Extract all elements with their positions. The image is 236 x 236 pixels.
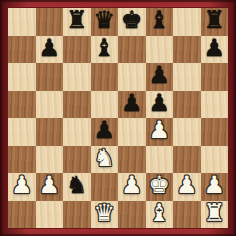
square-b6[interactable]: [36, 63, 64, 91]
square-c4[interactable]: [63, 118, 91, 146]
piece-white-rook[interactable]: ♜: [203, 201, 225, 227]
square-b1[interactable]: [36, 201, 64, 229]
square-c5[interactable]: [63, 91, 91, 119]
square-h6[interactable]: [201, 63, 229, 91]
square-e6[interactable]: [118, 63, 146, 91]
chess-board: ♜♛♚♝♜♟♝♟♟♟♟♟♟♞♟♟♞♟♚♟♟♛♝♜: [8, 8, 228, 228]
square-e4[interactable]: [118, 118, 146, 146]
square-d2[interactable]: [91, 173, 119, 201]
square-d6[interactable]: [91, 63, 119, 91]
square-a4[interactable]: [8, 118, 36, 146]
square-c6[interactable]: [63, 63, 91, 91]
square-e3[interactable]: [118, 146, 146, 174]
square-b2[interactable]: ♟: [36, 173, 64, 201]
square-d3[interactable]: ♞: [91, 146, 119, 174]
square-f7[interactable]: [146, 36, 174, 64]
piece-black-king[interactable]: ♚: [121, 8, 143, 34]
square-h4[interactable]: [201, 118, 229, 146]
square-a2[interactable]: ♟: [8, 173, 36, 201]
chess-app: ♜♛♚♝♜♟♝♟♟♟♟♟♟♞♟♟♞♟♚♟♟♛♝♜: [0, 0, 236, 236]
square-d5[interactable]: [91, 91, 119, 119]
square-d4[interactable]: ♟: [91, 118, 119, 146]
square-f2[interactable]: ♚: [146, 173, 174, 201]
piece-black-rook[interactable]: ♜: [66, 8, 88, 34]
piece-white-pawn[interactable]: ♟: [121, 173, 143, 199]
piece-black-pawn[interactable]: ♟: [203, 36, 225, 62]
square-e7[interactable]: [118, 36, 146, 64]
piece-black-rook[interactable]: ♜: [203, 8, 225, 34]
square-c8[interactable]: ♜: [63, 8, 91, 36]
square-d8[interactable]: ♛: [91, 8, 119, 36]
piece-white-bishop[interactable]: ♝: [148, 201, 170, 227]
square-b3[interactable]: [36, 146, 64, 174]
square-d1[interactable]: ♛: [91, 201, 119, 229]
piece-white-pawn[interactable]: ♟: [11, 173, 33, 199]
piece-black-pawn[interactable]: ♟: [121, 91, 143, 117]
square-f5[interactable]: ♟: [146, 91, 174, 119]
square-g2[interactable]: ♟: [173, 173, 201, 201]
square-h2[interactable]: ♟: [201, 173, 229, 201]
square-f8[interactable]: ♝: [146, 8, 174, 36]
square-e8[interactable]: ♚: [118, 8, 146, 36]
square-a5[interactable]: [8, 91, 36, 119]
piece-white-queen[interactable]: ♛: [93, 201, 115, 227]
square-c2[interactable]: ♞: [63, 173, 91, 201]
square-e2[interactable]: ♟: [118, 173, 146, 201]
square-f1[interactable]: ♝: [146, 201, 174, 229]
piece-white-king[interactable]: ♚: [148, 173, 170, 199]
square-c1[interactable]: [63, 201, 91, 229]
square-g4[interactable]: [173, 118, 201, 146]
square-d7[interactable]: ♝: [91, 36, 119, 64]
square-a1[interactable]: [8, 201, 36, 229]
square-h3[interactable]: [201, 146, 229, 174]
square-b4[interactable]: [36, 118, 64, 146]
square-f3[interactable]: [146, 146, 174, 174]
square-a6[interactable]: [8, 63, 36, 91]
piece-white-pawn[interactable]: ♟: [38, 173, 60, 199]
piece-black-pawn[interactable]: ♟: [38, 36, 60, 62]
square-g8[interactable]: [173, 8, 201, 36]
square-a3[interactable]: [8, 146, 36, 174]
piece-white-knight[interactable]: ♞: [93, 146, 115, 172]
square-g5[interactable]: [173, 91, 201, 119]
square-b7[interactable]: ♟: [36, 36, 64, 64]
square-h5[interactable]: [201, 91, 229, 119]
square-f4[interactable]: ♟: [146, 118, 174, 146]
square-b8[interactable]: [36, 8, 64, 36]
square-g1[interactable]: [173, 201, 201, 229]
piece-black-bishop[interactable]: ♝: [93, 36, 115, 62]
piece-black-pawn[interactable]: ♟: [93, 118, 115, 144]
piece-black-pawn[interactable]: ♟: [148, 91, 170, 117]
square-g3[interactable]: [173, 146, 201, 174]
square-g6[interactable]: [173, 63, 201, 91]
square-a7[interactable]: [8, 36, 36, 64]
square-c3[interactable]: [63, 146, 91, 174]
square-h1[interactable]: ♜: [201, 201, 229, 229]
square-a8[interactable]: [8, 8, 36, 36]
piece-black-knight[interactable]: ♞: [66, 173, 88, 199]
square-b5[interactable]: [36, 91, 64, 119]
piece-white-pawn[interactable]: ♟: [148, 118, 170, 144]
square-c7[interactable]: [63, 36, 91, 64]
piece-black-bishop[interactable]: ♝: [148, 8, 170, 34]
square-g7[interactable]: [173, 36, 201, 64]
piece-white-pawn[interactable]: ♟: [203, 173, 225, 199]
piece-black-pawn[interactable]: ♟: [148, 63, 170, 89]
piece-white-pawn[interactable]: ♟: [176, 173, 198, 199]
square-e1[interactable]: [118, 201, 146, 229]
piece-black-queen[interactable]: ♛: [93, 8, 115, 34]
square-f6[interactable]: ♟: [146, 63, 174, 91]
square-h7[interactable]: ♟: [201, 36, 229, 64]
square-h8[interactable]: ♜: [201, 8, 229, 36]
square-e5[interactable]: ♟: [118, 91, 146, 119]
